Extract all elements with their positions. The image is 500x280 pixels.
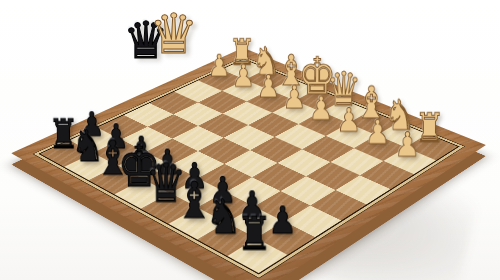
- extra-black-queen: ♛: [123, 15, 169, 66]
- piece-white-king-e1: ♚: [291, 51, 344, 102]
- extra-white-queen: ♛: [149, 7, 198, 62]
- piece-white-rook-h1: ♜: [217, 35, 267, 71]
- square-a3: [360, 161, 414, 189]
- chess-set-photo: ♜♞♝♚♛♝♞♜♟♟♟♟♟♟♟♟♟♟♟♟♟♟♟♟♜♞♝♚♛♝♞♜ ♛ ♛: [0, 0, 500, 280]
- piece-white-bishop-f1: ♝: [266, 49, 318, 91]
